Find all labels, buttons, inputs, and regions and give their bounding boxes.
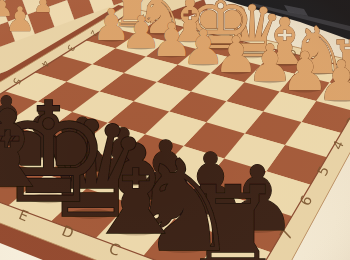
scene-svg: ♟♟♟AABBCCDDEEFFGGHH1122334455667788♜♞♝♛♚… [0,0,350,260]
vignette-overlay [0,0,350,260]
chessboard-photo: ♟♟♟AABBCCDDEEFFGGHH1122334455667788♜♞♝♛♚… [0,0,350,260]
